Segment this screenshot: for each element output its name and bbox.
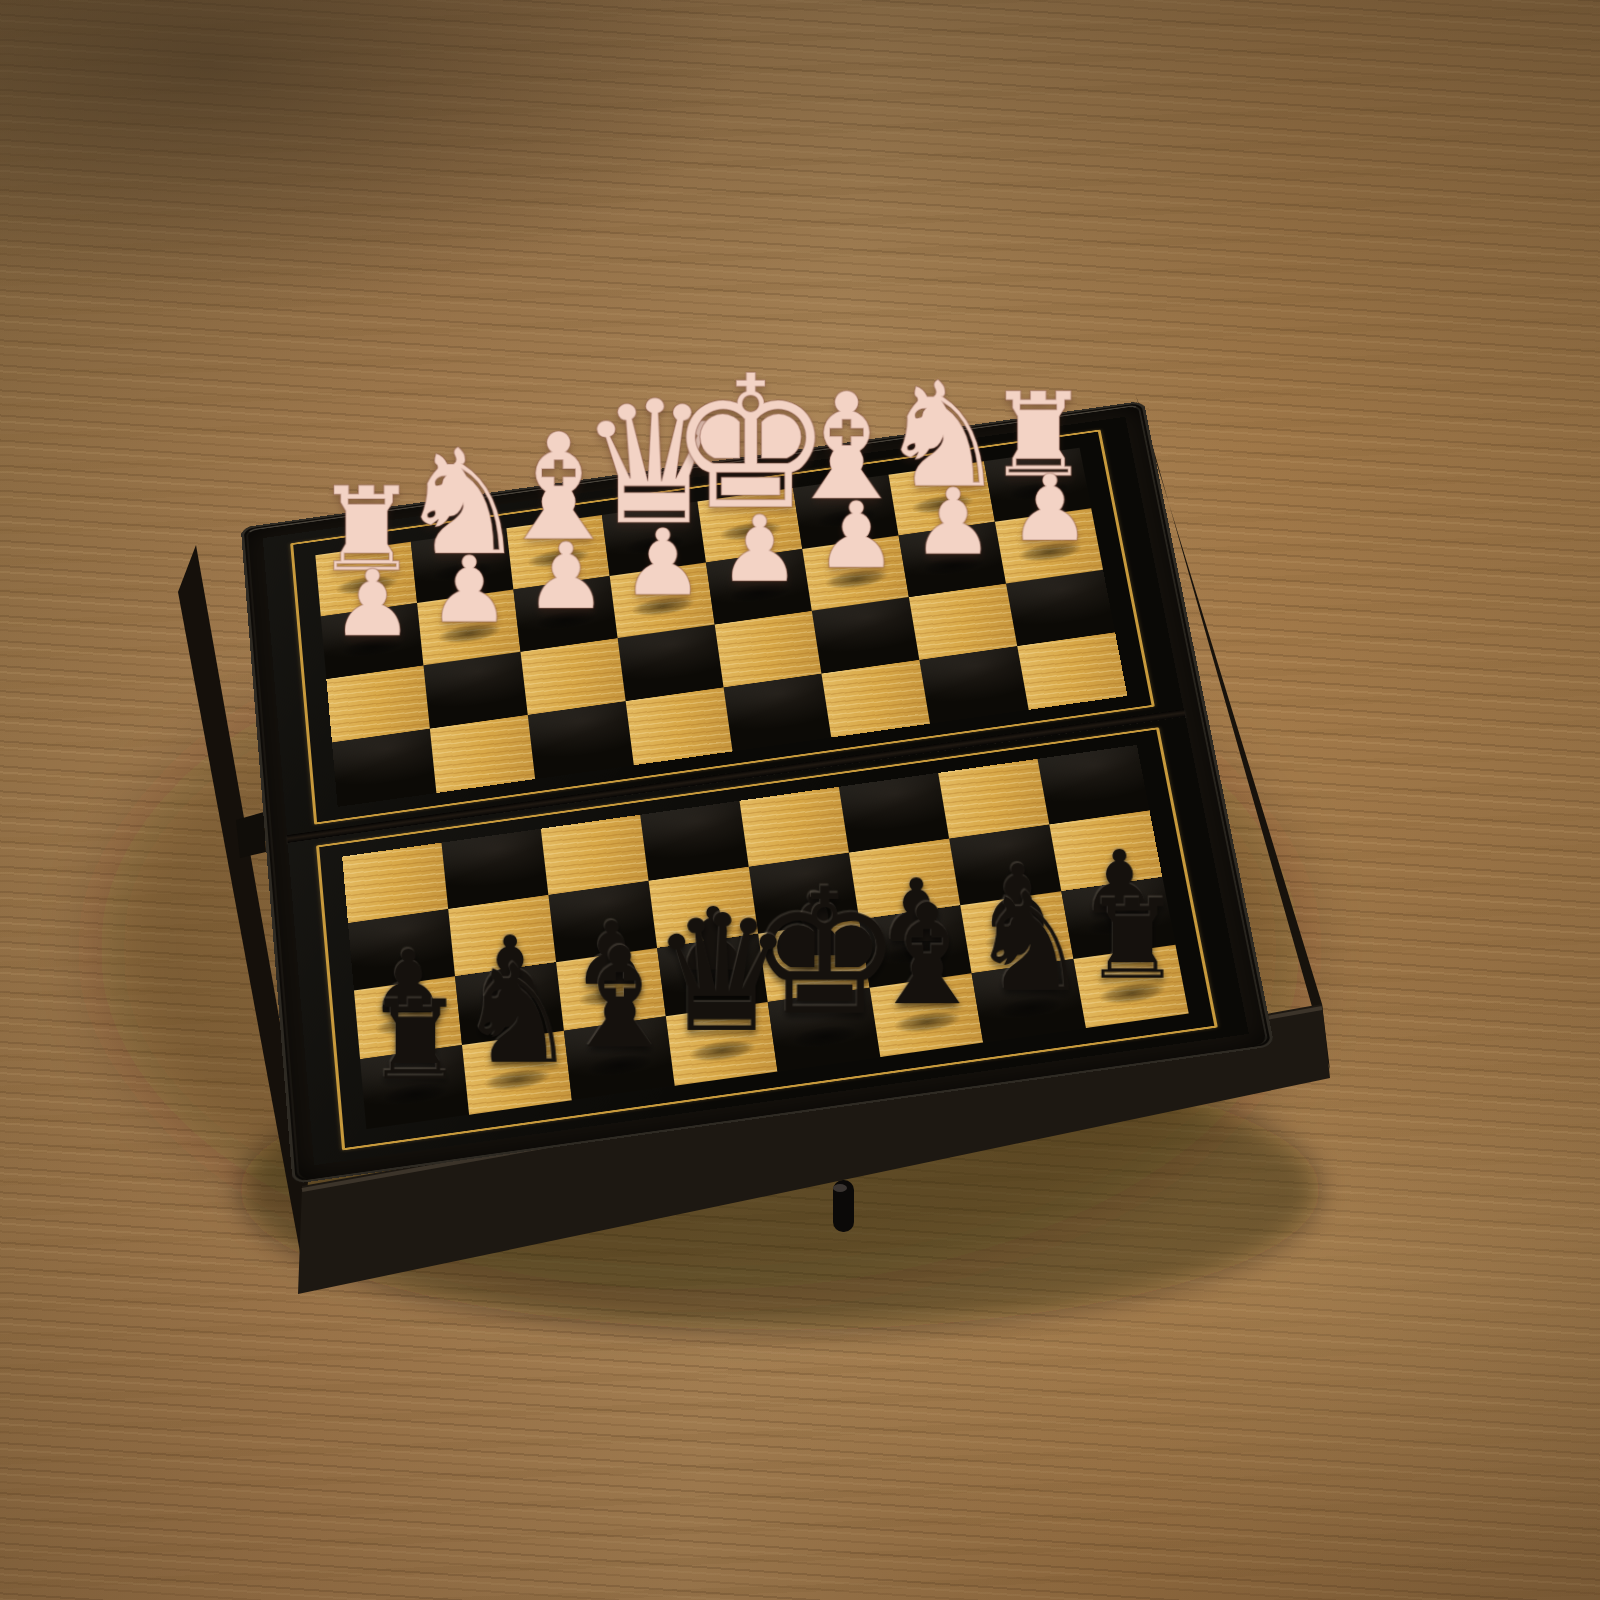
square-7-6: ♞ [972, 959, 1086, 1042]
square-3-5 [821, 660, 930, 738]
white-pawn: ♟ [815, 492, 897, 579]
black-knight: ♞ [968, 878, 1090, 1008]
white-pawn: ♟ [525, 533, 607, 620]
white-pawn: ♟ [912, 478, 994, 565]
square-2-0 [326, 665, 430, 742]
square-3-6 [919, 646, 1028, 724]
square-2-2 [521, 638, 626, 715]
square-3-3 [626, 687, 733, 765]
square-7-1: ♞ [462, 1031, 572, 1115]
board-scene: ♜♞♝♛♚♝♞♜♟♟♟♟♟♟♟♟ ♟♟♟♟♟♟♟♟♜♞♝♛♚♝♞♜ [0, 0, 1600, 1600]
square-3-0 [332, 729, 436, 807]
square-3-7 [1017, 632, 1127, 709]
black-knight: ♞ [456, 950, 578, 1080]
photo-stage: ♜♞♝♛♚♝♞♜♟♟♟♟♟♟♟♟ ♟♟♟♟♟♟♟♟♜♞♝♛♚♝♞♜ [0, 0, 1600, 1600]
chess-board: ♜♞♝♛♚♝♞♜♟♟♟♟♟♟♟♟ ♟♟♟♟♟♟♟♟♜♞♝♛♚♝♞♜ [241, 401, 1275, 1184]
black-rook: ♜ [1083, 889, 1181, 993]
square-3-1 [430, 715, 535, 793]
white-pawn: ♟ [1009, 465, 1091, 552]
square-7-3: ♛ [666, 1002, 778, 1086]
square-7-0: ♜ [360, 1045, 469, 1129]
white-pawn: ♟ [331, 560, 413, 647]
black-rook: ♜ [366, 990, 464, 1094]
square-3-4 [724, 674, 832, 752]
white-pawn: ♟ [718, 505, 800, 592]
white-pawn: ♟ [428, 546, 510, 633]
square-3-2 [528, 701, 634, 779]
white-pawn: ♟ [622, 519, 704, 606]
